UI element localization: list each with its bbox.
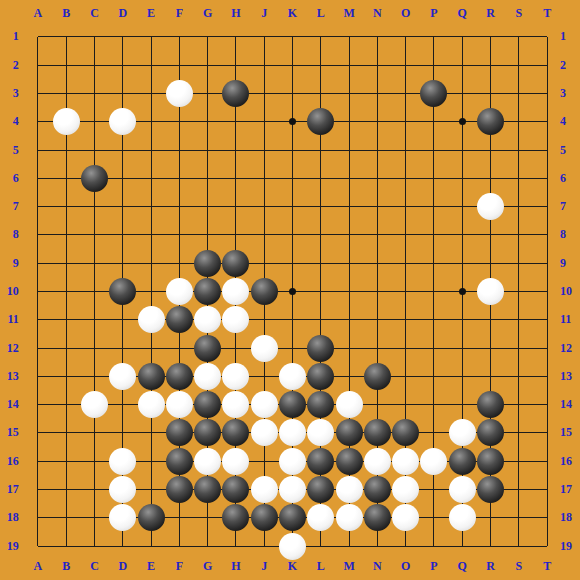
intersection-N13[interactable] bbox=[363, 362, 391, 390]
intersection-H2[interactable] bbox=[222, 51, 250, 79]
intersection-P18[interactable] bbox=[420, 504, 448, 532]
intersection-S17[interactable] bbox=[505, 475, 533, 503]
intersection-N18[interactable] bbox=[363, 504, 391, 532]
intersection-K5[interactable] bbox=[278, 136, 306, 164]
intersection-L9[interactable] bbox=[307, 249, 335, 277]
intersection-F15[interactable] bbox=[165, 419, 193, 447]
intersection-K18[interactable] bbox=[278, 504, 306, 532]
intersection-E11[interactable] bbox=[137, 306, 165, 334]
intersection-C6[interactable] bbox=[80, 164, 108, 192]
intersection-C8[interactable] bbox=[80, 221, 108, 249]
intersection-M5[interactable] bbox=[335, 136, 363, 164]
intersection-D10[interactable] bbox=[109, 277, 137, 305]
intersection-J4[interactable] bbox=[250, 108, 278, 136]
intersection-B1[interactable] bbox=[52, 23, 80, 51]
intersection-J2[interactable] bbox=[250, 51, 278, 79]
intersection-F8[interactable] bbox=[165, 221, 193, 249]
intersection-H19[interactable] bbox=[222, 532, 250, 560]
intersection-F9[interactable] bbox=[165, 249, 193, 277]
intersection-H13[interactable] bbox=[222, 362, 250, 390]
intersection-A15[interactable] bbox=[24, 419, 52, 447]
intersection-K14[interactable] bbox=[278, 391, 306, 419]
intersection-T7[interactable] bbox=[533, 193, 561, 221]
intersection-F11[interactable] bbox=[165, 306, 193, 334]
intersection-Q2[interactable] bbox=[448, 51, 476, 79]
intersection-H3[interactable] bbox=[222, 79, 250, 107]
intersection-J17[interactable] bbox=[250, 475, 278, 503]
intersection-B2[interactable] bbox=[52, 51, 80, 79]
intersection-J10[interactable] bbox=[250, 277, 278, 305]
intersection-R18[interactable] bbox=[476, 504, 504, 532]
intersection-T11[interactable] bbox=[533, 306, 561, 334]
intersection-J14[interactable] bbox=[250, 391, 278, 419]
intersection-O10[interactable] bbox=[392, 277, 420, 305]
intersection-F13[interactable] bbox=[165, 362, 193, 390]
intersection-C4[interactable] bbox=[80, 108, 108, 136]
intersection-A2[interactable] bbox=[24, 51, 52, 79]
intersection-F19[interactable] bbox=[165, 532, 193, 560]
intersection-P4[interactable] bbox=[420, 108, 448, 136]
intersection-K6[interactable] bbox=[278, 164, 306, 192]
intersection-P11[interactable] bbox=[420, 306, 448, 334]
intersection-J18[interactable] bbox=[250, 504, 278, 532]
intersection-E18[interactable] bbox=[137, 504, 165, 532]
intersection-S7[interactable] bbox=[505, 193, 533, 221]
intersection-S2[interactable] bbox=[505, 51, 533, 79]
intersection-O19[interactable] bbox=[392, 532, 420, 560]
intersection-L19[interactable] bbox=[307, 532, 335, 560]
intersection-Q7[interactable] bbox=[448, 193, 476, 221]
intersection-J1[interactable] bbox=[250, 23, 278, 51]
intersection-T6[interactable] bbox=[533, 164, 561, 192]
intersection-P13[interactable] bbox=[420, 362, 448, 390]
intersection-O5[interactable] bbox=[392, 136, 420, 164]
intersection-L17[interactable] bbox=[307, 475, 335, 503]
intersection-S6[interactable] bbox=[505, 164, 533, 192]
intersection-J3[interactable] bbox=[250, 79, 278, 107]
intersection-Q16[interactable] bbox=[448, 447, 476, 475]
intersection-A14[interactable] bbox=[24, 391, 52, 419]
intersection-C14[interactable] bbox=[80, 391, 108, 419]
intersection-F18[interactable] bbox=[165, 504, 193, 532]
intersection-F10[interactable] bbox=[165, 277, 193, 305]
intersection-O15[interactable] bbox=[392, 419, 420, 447]
intersection-M3[interactable] bbox=[335, 79, 363, 107]
intersection-F16[interactable] bbox=[165, 447, 193, 475]
intersection-D13[interactable] bbox=[109, 362, 137, 390]
intersection-F5[interactable] bbox=[165, 136, 193, 164]
intersection-G8[interactable] bbox=[194, 221, 222, 249]
intersection-C10[interactable] bbox=[80, 277, 108, 305]
intersection-N14[interactable] bbox=[363, 391, 391, 419]
intersection-G13[interactable] bbox=[194, 362, 222, 390]
intersection-O12[interactable] bbox=[392, 334, 420, 362]
intersection-M1[interactable] bbox=[335, 23, 363, 51]
intersection-D6[interactable] bbox=[109, 164, 137, 192]
intersection-R5[interactable] bbox=[476, 136, 504, 164]
intersection-D7[interactable] bbox=[109, 193, 137, 221]
intersection-G11[interactable] bbox=[194, 306, 222, 334]
intersection-G5[interactable] bbox=[194, 136, 222, 164]
intersection-N8[interactable] bbox=[363, 221, 391, 249]
intersection-G10[interactable] bbox=[194, 277, 222, 305]
intersection-O6[interactable] bbox=[392, 164, 420, 192]
intersection-P14[interactable] bbox=[420, 391, 448, 419]
intersection-O4[interactable] bbox=[392, 108, 420, 136]
intersection-S4[interactable] bbox=[505, 108, 533, 136]
intersection-L14[interactable] bbox=[307, 391, 335, 419]
intersection-H7[interactable] bbox=[222, 193, 250, 221]
intersection-J15[interactable] bbox=[250, 419, 278, 447]
intersection-E2[interactable] bbox=[137, 51, 165, 79]
intersection-F1[interactable] bbox=[165, 23, 193, 51]
intersection-T14[interactable] bbox=[533, 391, 561, 419]
intersection-N11[interactable] bbox=[363, 306, 391, 334]
intersection-E3[interactable] bbox=[137, 79, 165, 107]
intersection-E19[interactable] bbox=[137, 532, 165, 560]
intersection-B3[interactable] bbox=[52, 79, 80, 107]
intersection-N17[interactable] bbox=[363, 475, 391, 503]
intersection-P2[interactable] bbox=[420, 51, 448, 79]
intersection-F4[interactable] bbox=[165, 108, 193, 136]
intersection-B6[interactable] bbox=[52, 164, 80, 192]
intersection-C17[interactable] bbox=[80, 475, 108, 503]
intersection-H10[interactable] bbox=[222, 277, 250, 305]
intersection-M7[interactable] bbox=[335, 193, 363, 221]
intersection-E7[interactable] bbox=[137, 193, 165, 221]
intersection-A5[interactable] bbox=[24, 136, 52, 164]
intersection-A13[interactable] bbox=[24, 362, 52, 390]
intersection-H14[interactable] bbox=[222, 391, 250, 419]
intersection-E10[interactable] bbox=[137, 277, 165, 305]
intersection-R12[interactable] bbox=[476, 334, 504, 362]
intersection-L8[interactable] bbox=[307, 221, 335, 249]
intersection-M19[interactable] bbox=[335, 532, 363, 560]
intersection-C2[interactable] bbox=[80, 51, 108, 79]
intersection-Q4[interactable] bbox=[448, 108, 476, 136]
intersection-S8[interactable] bbox=[505, 221, 533, 249]
intersection-O17[interactable] bbox=[392, 475, 420, 503]
intersection-R8[interactable] bbox=[476, 221, 504, 249]
intersection-G4[interactable] bbox=[194, 108, 222, 136]
intersection-L4[interactable] bbox=[307, 108, 335, 136]
intersection-T16[interactable] bbox=[533, 447, 561, 475]
intersection-D16[interactable] bbox=[109, 447, 137, 475]
intersection-E8[interactable] bbox=[137, 221, 165, 249]
intersection-H12[interactable] bbox=[222, 334, 250, 362]
intersection-R2[interactable] bbox=[476, 51, 504, 79]
intersection-H18[interactable] bbox=[222, 504, 250, 532]
intersection-C11[interactable] bbox=[80, 306, 108, 334]
intersection-N15[interactable] bbox=[363, 419, 391, 447]
intersection-N7[interactable] bbox=[363, 193, 391, 221]
intersection-N4[interactable] bbox=[363, 108, 391, 136]
intersection-P15[interactable] bbox=[420, 419, 448, 447]
intersection-G12[interactable] bbox=[194, 334, 222, 362]
intersection-B13[interactable] bbox=[52, 362, 80, 390]
intersection-D1[interactable] bbox=[109, 23, 137, 51]
intersection-C19[interactable] bbox=[80, 532, 108, 560]
intersection-T10[interactable] bbox=[533, 277, 561, 305]
intersection-R14[interactable] bbox=[476, 391, 504, 419]
intersection-N3[interactable] bbox=[363, 79, 391, 107]
intersection-A4[interactable] bbox=[24, 108, 52, 136]
intersection-R13[interactable] bbox=[476, 362, 504, 390]
intersection-M18[interactable] bbox=[335, 504, 363, 532]
intersection-K2[interactable] bbox=[278, 51, 306, 79]
intersection-O2[interactable] bbox=[392, 51, 420, 79]
intersection-J12[interactable] bbox=[250, 334, 278, 362]
intersection-A6[interactable] bbox=[24, 164, 52, 192]
intersection-K7[interactable] bbox=[278, 193, 306, 221]
intersection-K1[interactable] bbox=[278, 23, 306, 51]
intersection-C16[interactable] bbox=[80, 447, 108, 475]
intersection-N19[interactable] bbox=[363, 532, 391, 560]
intersection-S11[interactable] bbox=[505, 306, 533, 334]
intersection-A17[interactable] bbox=[24, 475, 52, 503]
intersection-B16[interactable] bbox=[52, 447, 80, 475]
intersection-B7[interactable] bbox=[52, 193, 80, 221]
intersection-D2[interactable] bbox=[109, 51, 137, 79]
intersection-P1[interactable] bbox=[420, 23, 448, 51]
intersection-G19[interactable] bbox=[194, 532, 222, 560]
intersection-R1[interactable] bbox=[476, 23, 504, 51]
intersection-D4[interactable] bbox=[109, 108, 137, 136]
intersection-M13[interactable] bbox=[335, 362, 363, 390]
intersection-Q11[interactable] bbox=[448, 306, 476, 334]
intersection-J8[interactable] bbox=[250, 221, 278, 249]
intersection-T8[interactable] bbox=[533, 221, 561, 249]
intersection-B19[interactable] bbox=[52, 532, 80, 560]
intersection-K11[interactable] bbox=[278, 306, 306, 334]
intersection-E5[interactable] bbox=[137, 136, 165, 164]
intersection-N2[interactable] bbox=[363, 51, 391, 79]
intersection-D11[interactable] bbox=[109, 306, 137, 334]
intersection-F14[interactable] bbox=[165, 391, 193, 419]
intersection-T1[interactable] bbox=[533, 23, 561, 51]
intersection-J5[interactable] bbox=[250, 136, 278, 164]
intersection-J11[interactable] bbox=[250, 306, 278, 334]
intersection-A11[interactable] bbox=[24, 306, 52, 334]
intersection-G17[interactable] bbox=[194, 475, 222, 503]
intersection-G15[interactable] bbox=[194, 419, 222, 447]
intersection-M11[interactable] bbox=[335, 306, 363, 334]
intersection-T4[interactable] bbox=[533, 108, 561, 136]
intersection-O11[interactable] bbox=[392, 306, 420, 334]
intersection-S9[interactable] bbox=[505, 249, 533, 277]
intersection-J19[interactable] bbox=[250, 532, 278, 560]
intersection-C9[interactable] bbox=[80, 249, 108, 277]
intersection-E9[interactable] bbox=[137, 249, 165, 277]
intersection-R9[interactable] bbox=[476, 249, 504, 277]
intersection-J6[interactable] bbox=[250, 164, 278, 192]
intersection-B9[interactable] bbox=[52, 249, 80, 277]
intersection-A7[interactable] bbox=[24, 193, 52, 221]
intersection-H11[interactable] bbox=[222, 306, 250, 334]
intersection-R10[interactable] bbox=[476, 277, 504, 305]
intersection-J7[interactable] bbox=[250, 193, 278, 221]
intersection-C5[interactable] bbox=[80, 136, 108, 164]
intersection-J16[interactable] bbox=[250, 447, 278, 475]
intersection-Q5[interactable] bbox=[448, 136, 476, 164]
intersection-Q9[interactable] bbox=[448, 249, 476, 277]
intersection-T19[interactable] bbox=[533, 532, 561, 560]
intersection-F12[interactable] bbox=[165, 334, 193, 362]
intersection-T15[interactable] bbox=[533, 419, 561, 447]
intersection-L2[interactable] bbox=[307, 51, 335, 79]
intersection-C15[interactable] bbox=[80, 419, 108, 447]
intersection-F6[interactable] bbox=[165, 164, 193, 192]
intersection-B8[interactable] bbox=[52, 221, 80, 249]
intersection-O3[interactable] bbox=[392, 79, 420, 107]
intersection-G16[interactable] bbox=[194, 447, 222, 475]
intersection-N1[interactable] bbox=[363, 23, 391, 51]
intersection-Q12[interactable] bbox=[448, 334, 476, 362]
intersection-F17[interactable] bbox=[165, 475, 193, 503]
intersection-M10[interactable] bbox=[335, 277, 363, 305]
intersection-E13[interactable] bbox=[137, 362, 165, 390]
intersection-A12[interactable] bbox=[24, 334, 52, 362]
intersection-D18[interactable] bbox=[109, 504, 137, 532]
intersection-M15[interactable] bbox=[335, 419, 363, 447]
intersection-L18[interactable] bbox=[307, 504, 335, 532]
intersection-C1[interactable] bbox=[80, 23, 108, 51]
intersection-R15[interactable] bbox=[476, 419, 504, 447]
intersection-S18[interactable] bbox=[505, 504, 533, 532]
intersection-K16[interactable] bbox=[278, 447, 306, 475]
intersection-A8[interactable] bbox=[24, 221, 52, 249]
intersection-A3[interactable] bbox=[24, 79, 52, 107]
intersection-R3[interactable] bbox=[476, 79, 504, 107]
intersection-K10[interactable] bbox=[278, 277, 306, 305]
intersection-H17[interactable] bbox=[222, 475, 250, 503]
intersection-D3[interactable] bbox=[109, 79, 137, 107]
intersection-L11[interactable] bbox=[307, 306, 335, 334]
intersection-B14[interactable] bbox=[52, 391, 80, 419]
intersection-Q6[interactable] bbox=[448, 164, 476, 192]
intersection-J13[interactable] bbox=[250, 362, 278, 390]
intersection-G3[interactable] bbox=[194, 79, 222, 107]
intersection-G9[interactable] bbox=[194, 249, 222, 277]
intersection-K9[interactable] bbox=[278, 249, 306, 277]
intersection-E12[interactable] bbox=[137, 334, 165, 362]
intersection-L13[interactable] bbox=[307, 362, 335, 390]
intersection-N10[interactable] bbox=[363, 277, 391, 305]
intersection-O16[interactable] bbox=[392, 447, 420, 475]
intersection-L6[interactable] bbox=[307, 164, 335, 192]
intersection-O7[interactable] bbox=[392, 193, 420, 221]
intersection-P12[interactable] bbox=[420, 334, 448, 362]
intersection-Q10[interactable] bbox=[448, 277, 476, 305]
intersection-P9[interactable] bbox=[420, 249, 448, 277]
intersection-D15[interactable] bbox=[109, 419, 137, 447]
intersection-G7[interactable] bbox=[194, 193, 222, 221]
intersection-P8[interactable] bbox=[420, 221, 448, 249]
intersection-J9[interactable] bbox=[250, 249, 278, 277]
intersection-Q18[interactable] bbox=[448, 504, 476, 532]
intersection-P19[interactable] bbox=[420, 532, 448, 560]
intersection-P7[interactable] bbox=[420, 193, 448, 221]
intersection-L10[interactable] bbox=[307, 277, 335, 305]
intersection-H6[interactable] bbox=[222, 164, 250, 192]
intersection-E17[interactable] bbox=[137, 475, 165, 503]
intersection-R6[interactable] bbox=[476, 164, 504, 192]
intersection-H9[interactable] bbox=[222, 249, 250, 277]
intersection-B4[interactable] bbox=[52, 108, 80, 136]
intersection-H15[interactable] bbox=[222, 419, 250, 447]
intersection-K3[interactable] bbox=[278, 79, 306, 107]
intersection-S19[interactable] bbox=[505, 532, 533, 560]
intersection-O8[interactable] bbox=[392, 221, 420, 249]
intersection-S16[interactable] bbox=[505, 447, 533, 475]
intersection-H5[interactable] bbox=[222, 136, 250, 164]
intersection-L16[interactable] bbox=[307, 447, 335, 475]
intersection-R17[interactable] bbox=[476, 475, 504, 503]
intersection-T12[interactable] bbox=[533, 334, 561, 362]
intersection-M8[interactable] bbox=[335, 221, 363, 249]
intersection-S3[interactable] bbox=[505, 79, 533, 107]
intersection-H4[interactable] bbox=[222, 108, 250, 136]
intersection-Q1[interactable] bbox=[448, 23, 476, 51]
intersection-G18[interactable] bbox=[194, 504, 222, 532]
intersection-T18[interactable] bbox=[533, 504, 561, 532]
intersection-C13[interactable] bbox=[80, 362, 108, 390]
intersection-B11[interactable] bbox=[52, 306, 80, 334]
intersection-R11[interactable] bbox=[476, 306, 504, 334]
intersection-H8[interactable] bbox=[222, 221, 250, 249]
intersection-N12[interactable] bbox=[363, 334, 391, 362]
intersection-C12[interactable] bbox=[80, 334, 108, 362]
intersection-Q19[interactable] bbox=[448, 532, 476, 560]
intersection-Q17[interactable] bbox=[448, 475, 476, 503]
intersection-P5[interactable] bbox=[420, 136, 448, 164]
intersection-A1[interactable] bbox=[24, 23, 52, 51]
intersection-N16[interactable] bbox=[363, 447, 391, 475]
intersection-O14[interactable] bbox=[392, 391, 420, 419]
intersection-M2[interactable] bbox=[335, 51, 363, 79]
intersection-S12[interactable] bbox=[505, 334, 533, 362]
intersection-T13[interactable] bbox=[533, 362, 561, 390]
intersection-K19[interactable] bbox=[278, 532, 306, 560]
intersection-L3[interactable] bbox=[307, 79, 335, 107]
intersection-D12[interactable] bbox=[109, 334, 137, 362]
intersection-A9[interactable] bbox=[24, 249, 52, 277]
intersection-D17[interactable] bbox=[109, 475, 137, 503]
intersection-M4[interactable] bbox=[335, 108, 363, 136]
intersection-N9[interactable] bbox=[363, 249, 391, 277]
intersection-K4[interactable] bbox=[278, 108, 306, 136]
intersection-Q13[interactable] bbox=[448, 362, 476, 390]
intersection-T17[interactable] bbox=[533, 475, 561, 503]
intersection-R16[interactable] bbox=[476, 447, 504, 475]
intersection-F2[interactable] bbox=[165, 51, 193, 79]
intersection-R4[interactable] bbox=[476, 108, 504, 136]
intersection-S13[interactable] bbox=[505, 362, 533, 390]
intersection-D9[interactable] bbox=[109, 249, 137, 277]
intersection-S1[interactable] bbox=[505, 23, 533, 51]
intersection-M12[interactable] bbox=[335, 334, 363, 362]
intersection-L15[interactable] bbox=[307, 419, 335, 447]
intersection-P17[interactable] bbox=[420, 475, 448, 503]
intersection-F3[interactable] bbox=[165, 79, 193, 107]
intersection-K17[interactable] bbox=[278, 475, 306, 503]
intersection-A16[interactable] bbox=[24, 447, 52, 475]
intersection-M6[interactable] bbox=[335, 164, 363, 192]
intersection-A19[interactable] bbox=[24, 532, 52, 560]
intersection-Q14[interactable] bbox=[448, 391, 476, 419]
intersection-T5[interactable] bbox=[533, 136, 561, 164]
intersection-Q15[interactable] bbox=[448, 419, 476, 447]
